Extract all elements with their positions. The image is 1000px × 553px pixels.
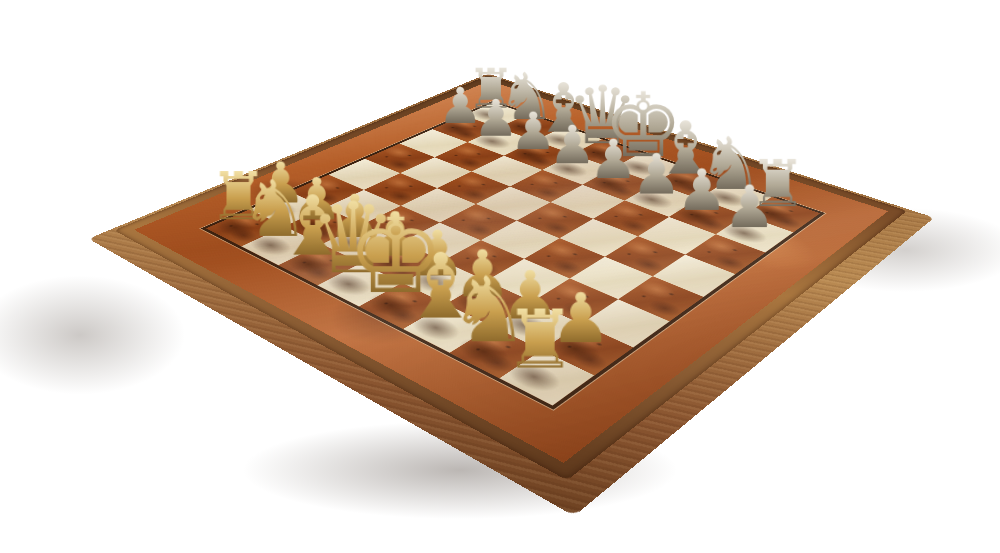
piece-silver-pawn-h7[interactable]: ♟	[638, 178, 861, 237]
burl-board-top: ♜♞♝♛♚♝♞♜♟♟♟♟♟♟♟♟♟♟♟♟♟♟♟♟♜♞♝♛♚♝♞♜	[134, 81, 888, 463]
chess-case: ♜♞♝♛♚♝♞♜♟♟♟♟♟♟♟♟♟♟♟♟♟♟♟♟♜♞♝♛♚♝♞♜	[88, 74, 934, 516]
scene: ♜♞♝♛♚♝♞♜♟♟♟♟♟♟♟♟♟♟♟♟♟♟♟♟♜♞♝♛♚♝♞♜	[0, 0, 1000, 553]
square-h1[interactable]: ♜	[499, 350, 594, 405]
case-molding: ♜♞♝♛♚♝♞♜♟♟♟♟♟♟♟♟♟♟♟♟♟♟♟♟♜♞♝♛♚♝♞♜	[114, 75, 907, 480]
checkerboard: ♜♞♝♛♚♝♞♜♟♟♟♟♟♟♟♟♟♟♟♟♟♟♟♟♜♞♝♛♚♝♞♜	[201, 100, 825, 409]
piece-gold-rook-h1[interactable]: ♜	[404, 300, 675, 381]
perspective-scene: ♜♞♝♛♚♝♞♜♟♟♟♟♟♟♟♟♟♟♟♟♟♟♟♟♜♞♝♛♚♝♞♜	[0, 0, 1000, 553]
